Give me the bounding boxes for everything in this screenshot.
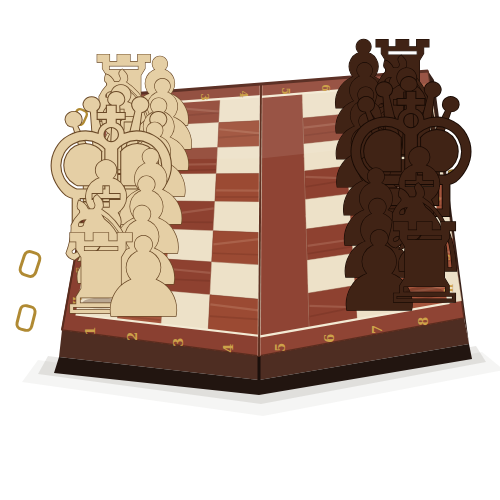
- piece-black-rook-h8[interactable]: ♜: [375, 200, 474, 328]
- square-h4[interactable]: [208, 295, 259, 336]
- square-e4[interactable]: [213, 202, 260, 233]
- square-f4[interactable]: [212, 231, 260, 265]
- square-g4[interactable]: [210, 262, 260, 299]
- rank-label-back-4: 4: [238, 90, 250, 97]
- chess-set-photo: 1122334455667788aabbccddeeffgghh♜♟♟♜♞♟♟♞…: [0, 0, 500, 500]
- rank-label-front-5: 5: [273, 343, 288, 352]
- brass-clasp-icon: [16, 305, 36, 332]
- product-image: 1122334455667788aabbccddeeffgghh♜♟♟♜♞♟♟♞…: [0, 0, 500, 500]
- rank-label-back-5: 5: [280, 88, 292, 95]
- piece-white-pawn-h2[interactable]: ♟: [94, 214, 193, 342]
- rank-label-front-4: 4: [221, 344, 236, 353]
